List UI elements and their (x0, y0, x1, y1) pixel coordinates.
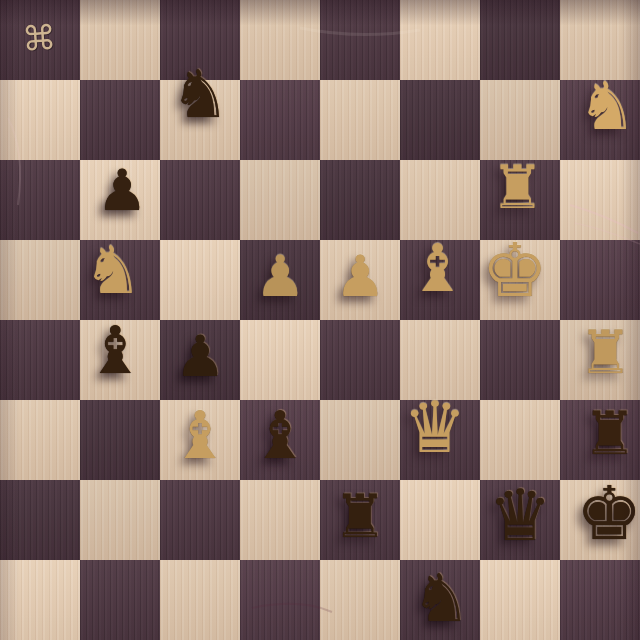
square-g1[interactable] (480, 560, 560, 640)
square-f2[interactable] (400, 480, 480, 560)
piece-white-r-h4[interactable]: ♜ (578, 322, 632, 382)
piece-black-r-h3[interactable]: ♜ (583, 403, 637, 463)
square-b7[interactable] (80, 80, 160, 160)
square-a3[interactable] (0, 400, 80, 480)
square-h6[interactable] (560, 160, 640, 240)
square-d1[interactable] (240, 560, 320, 640)
piece-black-q-g2[interactable]: ♛ (488, 480, 552, 551)
square-a4[interactable] (0, 320, 80, 400)
square-e7[interactable] (320, 80, 400, 160)
square-d3[interactable]: ♝ (240, 400, 320, 480)
square-e6[interactable] (320, 160, 400, 240)
square-c6[interactable] (160, 160, 240, 240)
square-b1[interactable] (80, 560, 160, 640)
piece-black-n-f1[interactable]: ♞ (412, 566, 471, 632)
square-e2[interactable]: ♜ (320, 480, 400, 560)
square-e5[interactable]: ♟ (320, 240, 400, 320)
square-e4[interactable] (320, 320, 400, 400)
piece-white-n-h7[interactable]: ♞ (578, 74, 637, 140)
square-h4[interactable]: ♜ (560, 320, 640, 400)
piece-white-b-c3[interactable]: ♝ (170, 403, 229, 469)
piece-white-r-g6[interactable]: ♜ (490, 157, 544, 217)
piece-white-n-b5[interactable]: ♞ (83, 238, 142, 304)
square-a2[interactable] (0, 480, 80, 560)
square-h1[interactable] (560, 560, 640, 640)
chess-board-photo: ♞♞♟♜♞♟♟♝♚♝♟♜♝♝♛♜♜♛♚♞ ⌘ (0, 0, 640, 640)
piece-black-p-c4[interactable]: ♟ (174, 328, 225, 385)
piece-white-b-f5[interactable]: ♝ (408, 236, 467, 302)
square-f5[interactable]: ♝ (400, 240, 480, 320)
square-g8[interactable] (480, 0, 560, 80)
square-a5[interactable] (0, 240, 80, 320)
square-f6[interactable] (400, 160, 480, 240)
square-b2[interactable] (80, 480, 160, 560)
square-b5[interactable]: ♞ (80, 240, 160, 320)
piece-white-p-d5[interactable]: ♟ (254, 248, 305, 305)
square-h5[interactable] (560, 240, 640, 320)
square-d8[interactable] (240, 0, 320, 80)
square-c3[interactable]: ♝ (160, 400, 240, 480)
square-c4[interactable]: ♟ (160, 320, 240, 400)
square-b8[interactable] (80, 0, 160, 80)
square-e3[interactable] (320, 400, 400, 480)
square-b6[interactable]: ♟ (80, 160, 160, 240)
square-g2[interactable]: ♛ (480, 480, 560, 560)
square-h3[interactable]: ♜ (560, 400, 640, 480)
piece-black-b-d3[interactable]: ♝ (250, 403, 309, 469)
square-c7[interactable]: ♞ (160, 80, 240, 160)
square-d6[interactable] (240, 160, 320, 240)
chess-board: ♞♞♟♜♞♟♟♝♚♝♟♜♝♝♛♜♜♛♚♞ (0, 0, 640, 640)
square-f8[interactable] (400, 0, 480, 80)
square-g4[interactable] (480, 320, 560, 400)
piece-black-r-e2[interactable]: ♜ (333, 486, 387, 546)
square-b4[interactable]: ♝ (80, 320, 160, 400)
square-g7[interactable] (480, 80, 560, 160)
piece-white-k-g5[interactable]: ♚ (482, 233, 548, 307)
square-e8[interactable] (320, 0, 400, 80)
square-g3[interactable] (480, 400, 560, 480)
piece-white-p-e5[interactable]: ♟ (334, 248, 385, 305)
square-a7[interactable] (0, 80, 80, 160)
square-h7[interactable]: ♞ (560, 80, 640, 160)
square-b3[interactable] (80, 400, 160, 480)
square-d2[interactable] (240, 480, 320, 560)
piece-black-k-h2[interactable]: ♚ (576, 476, 640, 550)
square-a1[interactable] (0, 560, 80, 640)
piece-white-q-f3[interactable]: ♛ (403, 392, 467, 463)
square-h2[interactable]: ♚ (560, 480, 640, 560)
square-f7[interactable] (400, 80, 480, 160)
square-e1[interactable] (320, 560, 400, 640)
square-c2[interactable] (160, 480, 240, 560)
square-f1[interactable]: ♞ (400, 560, 480, 640)
board-maker-stamp-icon: ⌘ (21, 17, 58, 59)
square-c5[interactable] (160, 240, 240, 320)
square-d5[interactable]: ♟ (240, 240, 320, 320)
piece-black-n-c7[interactable]: ♞ (170, 62, 229, 128)
square-g5[interactable]: ♚ (480, 240, 560, 320)
square-d4[interactable] (240, 320, 320, 400)
piece-black-p-b6[interactable]: ♟ (96, 162, 147, 219)
square-a6[interactable] (0, 160, 80, 240)
piece-black-b-b4[interactable]: ♝ (86, 318, 145, 384)
square-d7[interactable] (240, 80, 320, 160)
square-c1[interactable] (160, 560, 240, 640)
square-f3[interactable]: ♛ (400, 400, 480, 480)
